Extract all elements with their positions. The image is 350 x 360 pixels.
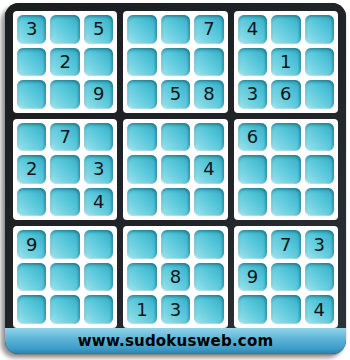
cell-r5c4[interactable]	[127, 155, 156, 184]
cell-r2c1[interactable]	[17, 48, 46, 77]
cell-r4c8[interactable]	[271, 123, 300, 152]
cell-r7c1[interactable]: 9	[17, 230, 46, 259]
cell-r4c7[interactable]: 6	[238, 123, 267, 152]
cell-r1c7[interactable]: 4	[238, 15, 267, 44]
cell-r9c4[interactable]: 1	[127, 295, 156, 324]
cell-r8c2[interactable]	[50, 263, 79, 292]
cell-r3c3[interactable]: 9	[84, 80, 113, 109]
cell-r5c5[interactable]	[161, 155, 190, 184]
cell-r4c2[interactable]: 7	[50, 123, 79, 152]
box-3-3: 7394	[234, 226, 338, 328]
cell-r8c6[interactable]	[194, 263, 223, 292]
cell-r3c2[interactable]	[50, 80, 79, 109]
box-1-2: 758	[123, 11, 227, 113]
cell-r2c6[interactable]	[194, 48, 223, 77]
cell-r7c6[interactable]	[194, 230, 223, 259]
cell-r3c5[interactable]: 5	[161, 80, 190, 109]
cell-r6c8[interactable]	[271, 188, 300, 217]
cell-r3c6[interactable]: 8	[194, 80, 223, 109]
cell-r3c8[interactable]: 6	[271, 80, 300, 109]
cell-r7c9[interactable]: 3	[305, 230, 334, 259]
cell-r8c8[interactable]	[271, 263, 300, 292]
cell-r9c8[interactable]	[271, 295, 300, 324]
cell-r9c3[interactable]	[84, 295, 113, 324]
cell-r5c7[interactable]	[238, 155, 267, 184]
box-2-2: 4	[123, 119, 227, 221]
cell-r5c1[interactable]: 2	[17, 155, 46, 184]
cell-r4c5[interactable]	[161, 123, 190, 152]
cell-r8c5[interactable]: 8	[161, 263, 190, 292]
cell-r4c9[interactable]	[305, 123, 334, 152]
cell-r7c7[interactable]	[238, 230, 267, 259]
cell-r1c2[interactable]	[50, 15, 79, 44]
cell-r6c3[interactable]: 4	[84, 188, 113, 217]
cell-r3c7[interactable]: 3	[238, 80, 267, 109]
cell-r1c3[interactable]: 5	[84, 15, 113, 44]
cell-r4c1[interactable]	[17, 123, 46, 152]
cell-r1c5[interactable]	[161, 15, 190, 44]
cell-r9c2[interactable]	[50, 295, 79, 324]
box-1-1: 3529	[13, 11, 117, 113]
cell-r3c4[interactable]	[127, 80, 156, 109]
cell-r6c9[interactable]	[305, 188, 334, 217]
cell-r5c6[interactable]: 4	[194, 155, 223, 184]
cell-r3c9[interactable]	[305, 80, 334, 109]
cell-r4c6[interactable]	[194, 123, 223, 152]
cell-r1c6[interactable]: 7	[194, 15, 223, 44]
sudoku-board: 3529758413672344698137394 www.sudokusweb…	[5, 3, 346, 354]
cell-r7c4[interactable]	[127, 230, 156, 259]
cell-r1c9[interactable]	[305, 15, 334, 44]
cell-r1c8[interactable]	[271, 15, 300, 44]
cell-r5c9[interactable]	[305, 155, 334, 184]
footer-bar: www.sudokusweb.com	[5, 328, 346, 354]
cell-r8c7[interactable]: 9	[238, 263, 267, 292]
cell-r5c8[interactable]	[271, 155, 300, 184]
cell-r4c3[interactable]	[84, 123, 113, 152]
cell-r6c1[interactable]	[17, 188, 46, 217]
box-2-3: 6	[234, 119, 338, 221]
cell-r2c2[interactable]: 2	[50, 48, 79, 77]
cell-r2c3[interactable]	[84, 48, 113, 77]
cell-r9c9[interactable]: 4	[305, 295, 334, 324]
cell-r1c4[interactable]	[127, 15, 156, 44]
cell-r4c4[interactable]	[127, 123, 156, 152]
cell-r2c8[interactable]: 1	[271, 48, 300, 77]
box-3-1: 9	[13, 226, 117, 328]
sudoku-grid: 3529758413672344698137394	[5, 3, 346, 328]
cell-r6c7[interactable]	[238, 188, 267, 217]
cell-r9c6[interactable]	[194, 295, 223, 324]
cell-r7c3[interactable]	[84, 230, 113, 259]
cell-r6c6[interactable]	[194, 188, 223, 217]
cell-r7c5[interactable]	[161, 230, 190, 259]
cell-r8c4[interactable]	[127, 263, 156, 292]
website-url-link[interactable]: www.sudokusweb.com	[78, 332, 273, 350]
cell-r7c8[interactable]: 7	[271, 230, 300, 259]
cell-r2c9[interactable]	[305, 48, 334, 77]
cell-r8c1[interactable]	[17, 263, 46, 292]
box-3-2: 813	[123, 226, 227, 328]
cell-r6c2[interactable]	[50, 188, 79, 217]
cell-r9c5[interactable]: 3	[161, 295, 190, 324]
cell-r9c1[interactable]	[17, 295, 46, 324]
cell-r1c1[interactable]: 3	[17, 15, 46, 44]
cell-r6c5[interactable]	[161, 188, 190, 217]
box-1-3: 4136	[234, 11, 338, 113]
cell-r5c2[interactable]	[50, 155, 79, 184]
cell-r3c1[interactable]	[17, 80, 46, 109]
cell-r5c3[interactable]: 3	[84, 155, 113, 184]
cell-r8c3[interactable]	[84, 263, 113, 292]
cell-r9c7[interactable]	[238, 295, 267, 324]
cell-r7c2[interactable]	[50, 230, 79, 259]
cell-r2c7[interactable]	[238, 48, 267, 77]
cell-r2c5[interactable]	[161, 48, 190, 77]
cell-r8c9[interactable]	[305, 263, 334, 292]
cell-r2c4[interactable]	[127, 48, 156, 77]
cell-r6c4[interactable]	[127, 188, 156, 217]
box-2-1: 7234	[13, 119, 117, 221]
